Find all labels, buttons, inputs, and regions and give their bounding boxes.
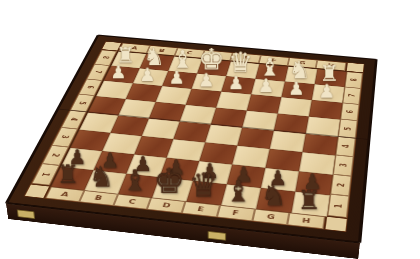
chess-board: ABCDEFGH ABCDEFGH 87654321 87654321 ♜♞♝♚… — [6, 35, 377, 243]
light-pawn[interactable]: ♟ — [281, 80, 314, 98]
piece-glyph: ♝ — [122, 165, 148, 194]
brass-latch-icon — [17, 209, 35, 218]
rank-label: 8 — [345, 71, 363, 88]
light-pawn[interactable]: ♟ — [311, 83, 344, 102]
light-pawn[interactable]: ♟ — [161, 70, 196, 88]
piece-glyph: ♟ — [198, 70, 214, 88]
piece-glyph: ♟ — [288, 79, 305, 97]
rank-label: 5 — [338, 119, 358, 138]
piece-glyph: ♜ — [297, 187, 320, 213]
product-photo-stage: ABCDEFGH ABCDEFGH 87654321 87654321 ♜♞♝♚… — [0, 0, 420, 259]
dark-queen[interactable]: ♛ — [186, 180, 226, 204]
piece-glyph: ♟ — [257, 76, 274, 94]
piece-glyph: ♞ — [88, 162, 113, 190]
piece-glyph: ♟ — [227, 73, 243, 91]
rank-label: 2 — [330, 173, 351, 195]
piece-glyph: ♞ — [260, 180, 286, 209]
dark-bishop[interactable]: ♝ — [220, 183, 260, 208]
brass-latch-icon — [208, 230, 226, 240]
rank-label: 6 — [340, 102, 359, 120]
light-pawn[interactable]: ♟ — [220, 75, 254, 93]
piece-glyph: ♝ — [225, 176, 251, 205]
piece-glyph: ♟ — [110, 62, 126, 80]
light-pawn[interactable]: ♟ — [250, 78, 284, 96]
piece-glyph: ♛ — [188, 168, 218, 201]
piece-glyph: ♚ — [153, 163, 184, 198]
rank-label: 7 — [343, 86, 362, 103]
rank-label: 1 — [327, 194, 349, 217]
rank-label: 3 — [333, 154, 354, 175]
scene: ABCDEFGH ABCDEFGH 87654321 87654321 ♜♞♝♚… — [0, 0, 420, 259]
dark-rook[interactable]: ♜ — [291, 190, 330, 215]
dark-knight[interactable]: ♞ — [255, 187, 294, 212]
frame-corner — [324, 216, 348, 232]
dark-rook[interactable]: ♜ — [50, 166, 92, 190]
rank-label: 4 — [336, 136, 356, 156]
piece-glyph: ♟ — [168, 68, 184, 86]
piece-glyph: ♟ — [318, 81, 335, 100]
piece-glyph: ♟ — [139, 65, 155, 83]
piece-glyph: ♜ — [56, 162, 79, 187]
